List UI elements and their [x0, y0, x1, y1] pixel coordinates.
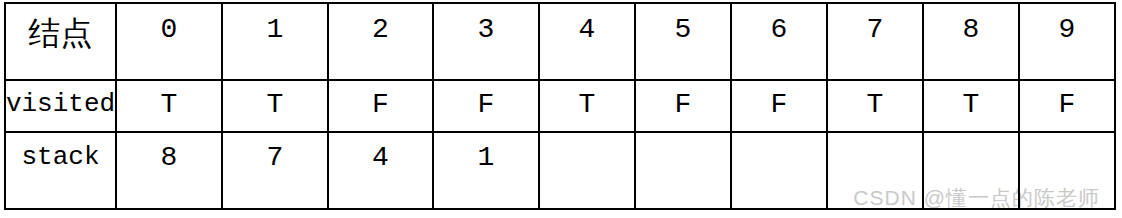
cell-nodes-8: 8: [924, 4, 1020, 81]
cell-visited-0: T: [117, 81, 223, 133]
cell-stack-3: 1: [434, 133, 540, 208]
cell-visited-5: F: [636, 81, 732, 133]
cell-nodes-4: 4: [540, 4, 636, 81]
cell-stack-4: [540, 133, 636, 208]
cell-visited-9: F: [1020, 81, 1114, 133]
cell-visited-1: T: [223, 81, 329, 133]
cell-nodes-2: 2: [329, 4, 434, 81]
cell-nodes-0: 0: [117, 4, 223, 81]
cell-nodes-6: 6: [732, 4, 828, 81]
cell-stack-6: [732, 133, 828, 208]
cell-visited-6: F: [732, 81, 828, 133]
cell-stack-5: [636, 133, 732, 208]
cell-visited-2: F: [329, 81, 434, 133]
cell-stack-1: 7: [223, 133, 329, 208]
row-label-visited: visited: [6, 81, 117, 133]
row-label-nodes: 结点: [6, 4, 117, 81]
row-label-stack: stack: [6, 133, 117, 208]
cell-stack-0: 8: [117, 133, 223, 208]
cell-stack-7: [828, 133, 924, 208]
cell-nodes-1: 1: [223, 4, 329, 81]
cell-stack-9: [1020, 133, 1114, 208]
cell-nodes-7: 7: [828, 4, 924, 81]
cell-visited-3: F: [434, 81, 540, 133]
cell-nodes-3: 3: [434, 4, 540, 81]
cell-nodes-5: 5: [636, 4, 732, 81]
cell-visited-8: T: [924, 81, 1020, 133]
cell-nodes-9: 9: [1020, 4, 1114, 81]
cell-stack-2: 4: [329, 133, 434, 208]
cell-visited-7: T: [828, 81, 924, 133]
cell-visited-4: T: [540, 81, 636, 133]
cell-stack-8: [924, 133, 1020, 208]
state-table: 结点0123456789visitedTTFFTFFTTFstack8741: [4, 2, 1116, 210]
